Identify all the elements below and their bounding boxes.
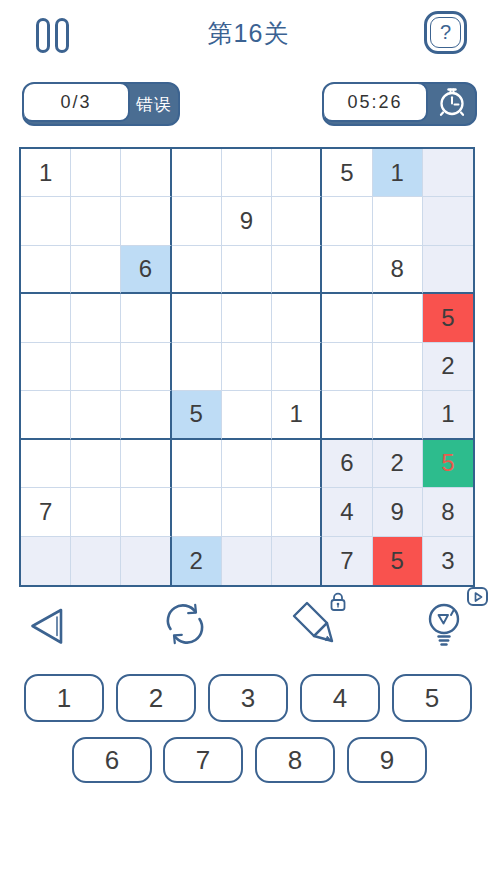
cell-r3c0[interactable] — [21, 294, 71, 342]
numpad-4[interactable]: 4 — [300, 674, 380, 722]
cell-r2c8[interactable] — [423, 246, 473, 294]
cell-r4c2[interactable] — [121, 343, 171, 391]
question-mark-icon: ? — [430, 17, 461, 48]
stopwatch-icon — [435, 85, 469, 123]
cell-r6c8[interactable]: 5 — [423, 440, 473, 488]
mistakes-count: 0/3 — [60, 92, 91, 113]
numpad-2[interactable]: 2 — [116, 674, 196, 722]
cell-r8c3[interactable]: 2 — [172, 537, 222, 585]
undo-button[interactable] — [24, 603, 70, 649]
numpad-3[interactable]: 3 — [208, 674, 288, 722]
cell-r3c7[interactable] — [373, 294, 423, 342]
cell-r7c4[interactable] — [222, 488, 272, 536]
cell-r5c2[interactable] — [121, 391, 171, 439]
cell-r5c0[interactable] — [21, 391, 71, 439]
cell-r7c5[interactable] — [272, 488, 322, 536]
sudoku-screen: 第16关 ? 0/3 错误 05:26 — [0, 0, 497, 883]
cell-r8c5[interactable] — [272, 537, 322, 585]
cell-r6c1[interactable] — [71, 440, 121, 488]
cell-r6c5[interactable] — [272, 440, 322, 488]
cell-r0c5[interactable] — [272, 149, 322, 197]
numpad-8[interactable]: 8 — [255, 737, 335, 783]
restart-button[interactable] — [162, 601, 208, 647]
cell-r3c5[interactable] — [272, 294, 322, 342]
cell-r6c6[interactable]: 6 — [322, 440, 372, 488]
cell-r8c1[interactable] — [71, 537, 121, 585]
mistakes-label: 错误 — [136, 93, 172, 116]
cell-r8c4[interactable] — [222, 537, 272, 585]
page-title: 第16关 — [0, 17, 497, 50]
cell-r0c7[interactable]: 1 — [373, 149, 423, 197]
refresh-icon — [162, 601, 208, 647]
numpad-6[interactable]: 6 — [72, 737, 152, 783]
cell-r5c4[interactable] — [222, 391, 272, 439]
cell-r8c0[interactable] — [21, 537, 71, 585]
cell-r2c6[interactable] — [322, 246, 372, 294]
cell-r2c2[interactable]: 6 — [121, 246, 171, 294]
lock-icon — [328, 592, 348, 612]
cell-r0c4[interactable] — [222, 149, 272, 197]
timer-pill: 05:26 — [322, 82, 477, 126]
cell-r6c7[interactable]: 2 — [373, 440, 423, 488]
cell-r7c8[interactable]: 8 — [423, 488, 473, 536]
cell-r8c2[interactable] — [121, 537, 171, 585]
cell-r3c4[interactable] — [222, 294, 272, 342]
numpad-1[interactable]: 1 — [24, 674, 104, 722]
ad-play-icon — [466, 586, 490, 608]
cell-r5c8[interactable]: 1 — [423, 391, 473, 439]
timer-value: 05:26 — [347, 92, 402, 113]
cell-r3c1[interactable] — [71, 294, 121, 342]
sudoku-board: 1519685251162574982753 — [19, 147, 475, 587]
cell-r1c5[interactable] — [272, 197, 322, 245]
cell-r3c3[interactable] — [172, 294, 222, 342]
cell-r1c8[interactable] — [423, 197, 473, 245]
cell-r5c5[interactable]: 1 — [272, 391, 322, 439]
cell-r0c0[interactable]: 1 — [21, 149, 71, 197]
cell-r2c7[interactable]: 8 — [373, 246, 423, 294]
cell-r1c3[interactable] — [172, 197, 222, 245]
cell-r1c6[interactable] — [322, 197, 372, 245]
numpad-5[interactable]: 5 — [392, 674, 472, 722]
cell-r8c6[interactable]: 7 — [322, 537, 372, 585]
cell-r4c7[interactable] — [373, 343, 423, 391]
cell-r1c7[interactable] — [373, 197, 423, 245]
cell-r0c1[interactable] — [71, 149, 121, 197]
cell-r7c3[interactable] — [172, 488, 222, 536]
cell-r4c4[interactable] — [222, 343, 272, 391]
cell-r2c1[interactable] — [71, 246, 121, 294]
cell-r0c6[interactable]: 5 — [322, 149, 372, 197]
cell-r5c6[interactable] — [322, 391, 372, 439]
cell-r6c4[interactable] — [222, 440, 272, 488]
cell-r0c3[interactable] — [172, 149, 222, 197]
numpad-7[interactable]: 7 — [163, 737, 243, 783]
back-triangle-icon — [24, 603, 70, 649]
cell-r6c3[interactable] — [172, 440, 222, 488]
cell-r5c1[interactable] — [71, 391, 121, 439]
mistakes-pill: 0/3 错误 — [22, 82, 180, 126]
cell-r3c8[interactable]: 5 — [423, 294, 473, 342]
cell-r0c2[interactable] — [121, 149, 171, 197]
cell-r6c0[interactable] — [21, 440, 71, 488]
cell-r3c2[interactable] — [121, 294, 171, 342]
cell-r7c2[interactable] — [121, 488, 171, 536]
cell-r4c1[interactable] — [71, 343, 121, 391]
hint-button[interactable] — [420, 592, 478, 654]
cell-r2c4[interactable] — [222, 246, 272, 294]
cell-r8c7[interactable]: 5 — [373, 537, 423, 585]
cell-r7c1[interactable] — [71, 488, 121, 536]
cell-r4c0[interactable] — [21, 343, 71, 391]
cell-r2c0[interactable] — [21, 246, 71, 294]
cell-r4c3[interactable] — [172, 343, 222, 391]
cell-r7c6[interactable]: 4 — [322, 488, 372, 536]
numpad-9[interactable]: 9 — [347, 737, 427, 783]
notes-button[interactable] — [286, 594, 340, 652]
cell-r1c4[interactable]: 9 — [222, 197, 272, 245]
cell-r7c0[interactable]: 7 — [21, 488, 71, 536]
cell-r6c2[interactable] — [121, 440, 171, 488]
cell-r5c3[interactable]: 5 — [172, 391, 222, 439]
cell-r8c8[interactable]: 3 — [423, 537, 473, 585]
cell-r1c1[interactable] — [71, 197, 121, 245]
help-button[interactable]: ? — [424, 11, 467, 54]
cell-r2c3[interactable] — [172, 246, 222, 294]
cell-r0c8[interactable] — [423, 149, 473, 197]
cell-r5c7[interactable] — [373, 391, 423, 439]
cell-r7c7[interactable]: 9 — [373, 488, 423, 536]
cell-r2c5[interactable] — [272, 246, 322, 294]
cell-r4c8[interactable]: 2 — [423, 343, 473, 391]
cell-r3c6[interactable] — [322, 294, 372, 342]
cell-r4c5[interactable] — [272, 343, 322, 391]
cell-r4c6[interactable] — [322, 343, 372, 391]
cell-r1c2[interactable] — [121, 197, 171, 245]
cell-r1c0[interactable] — [21, 197, 71, 245]
